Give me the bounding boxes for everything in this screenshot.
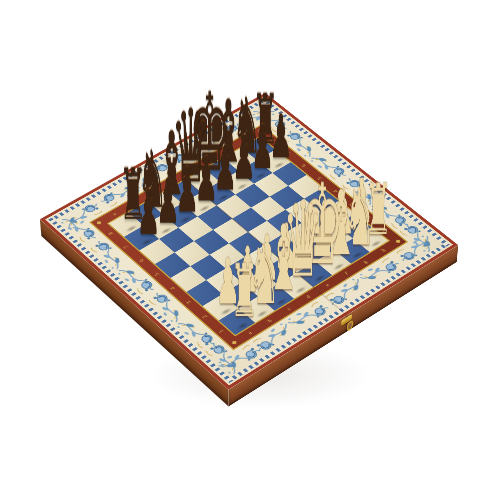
piece-shadow bbox=[291, 284, 310, 297]
piece-shadow bbox=[275, 270, 294, 283]
rank-label-left-7: 7 bbox=[113, 238, 140, 256]
piece-shadow bbox=[255, 282, 274, 295]
piece-shadow bbox=[216, 305, 235, 318]
piece-shadow bbox=[232, 320, 251, 333]
file-label-near-c: c bbox=[276, 300, 303, 318]
square-a6 bbox=[140, 239, 175, 264]
rank-label-left-2: 2 bbox=[191, 307, 218, 326]
file-label-near-a: a bbox=[236, 324, 263, 343]
piece-shadow bbox=[331, 236, 350, 248]
square-c3 bbox=[226, 257, 261, 282]
piece-shadow bbox=[252, 307, 271, 320]
board-lid: aabbccddeeffgghh8877665544332211 bbox=[40, 93, 458, 390]
square-a5 bbox=[155, 253, 190, 278]
file-label-near-d: d bbox=[295, 288, 322, 306]
square-d4 bbox=[229, 232, 264, 257]
gold-corner-dot bbox=[232, 341, 236, 344]
piece-shadow bbox=[294, 258, 313, 271]
square-c4 bbox=[210, 243, 245, 268]
piece-shadow bbox=[329, 261, 348, 274]
rank-label-left-1: 1 bbox=[208, 322, 235, 341]
square-f2 bbox=[299, 236, 334, 261]
gold-corner-dot bbox=[396, 240, 400, 243]
rank-label-left-5: 5 bbox=[144, 265, 171, 283]
square-a1 bbox=[219, 308, 255, 335]
piece-shadow bbox=[310, 272, 329, 285]
square-b3 bbox=[206, 268, 242, 294]
file-label-near-e: e bbox=[314, 276, 341, 294]
piece-shadow bbox=[366, 238, 384, 250]
square-a3 bbox=[187, 280, 223, 306]
square-a2 bbox=[203, 294, 239, 320]
square-d1 bbox=[277, 273, 313, 299]
rank-label-left-4: 4 bbox=[159, 279, 186, 297]
file-label-near-f: f bbox=[333, 264, 359, 282]
square-b2 bbox=[222, 282, 258, 308]
square-d3 bbox=[245, 245, 280, 270]
square-e3 bbox=[264, 234, 299, 259]
square-b1 bbox=[239, 296, 275, 322]
square-c2 bbox=[242, 271, 278, 297]
rank-label-left-3: 3 bbox=[175, 293, 202, 311]
product-photo: aabbccddeeffgghh8877665544332211 ♜♞♝♛♚♝♞… bbox=[0, 0, 500, 500]
square-b5 bbox=[175, 241, 210, 266]
square-c5 bbox=[194, 230, 229, 255]
piece-shadow bbox=[313, 247, 332, 259]
piece-shadow bbox=[236, 293, 255, 306]
file-label-near-h: h bbox=[371, 241, 397, 259]
square-e1 bbox=[297, 261, 333, 287]
square-g1 bbox=[334, 238, 369, 263]
piece-shadow bbox=[137, 236, 156, 248]
rank-label-left-6: 6 bbox=[128, 252, 155, 270]
file-label-near-b: b bbox=[256, 311, 283, 330]
square-e2 bbox=[280, 248, 315, 273]
square-c1 bbox=[258, 285, 294, 311]
piece-shadow bbox=[272, 296, 291, 309]
square-a4 bbox=[171, 266, 206, 292]
gold-corner-dot bbox=[97, 221, 101, 224]
gold-corner-dot bbox=[259, 129, 263, 132]
chess-box: aabbccddeeffgghh8877665544332211 ♜♞♝♛♚♝♞… bbox=[40, 93, 458, 390]
square-d2 bbox=[261, 259, 296, 284]
piece-shadow bbox=[348, 249, 367, 261]
square-b4 bbox=[190, 255, 225, 280]
square-f1 bbox=[316, 250, 351, 275]
file-label-near-g: g bbox=[352, 253, 378, 271]
